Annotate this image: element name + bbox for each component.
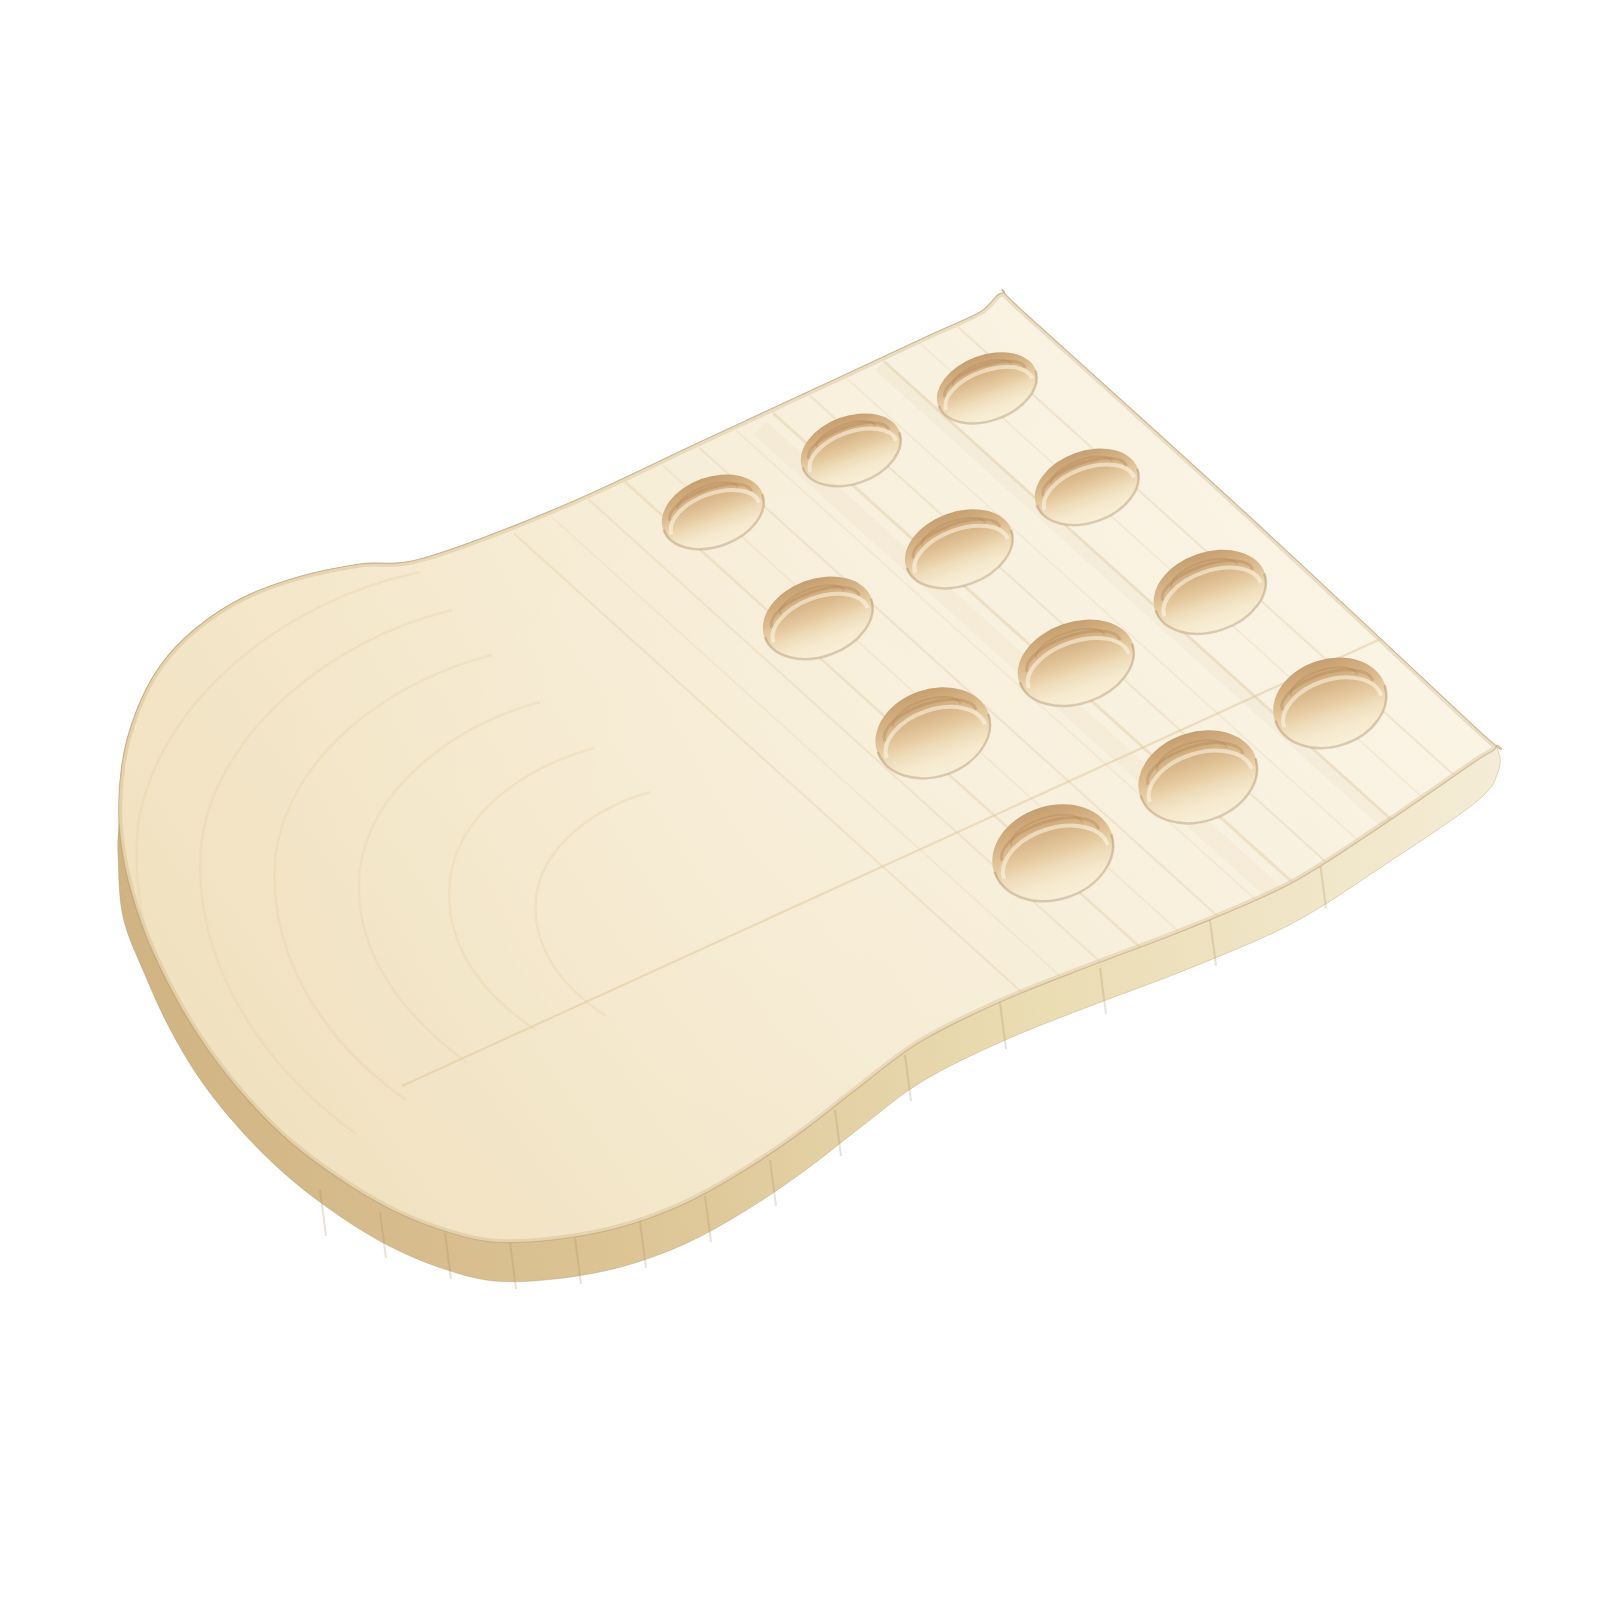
product-photo [0, 0, 1600, 1600]
board-svg [0, 0, 1600, 1600]
